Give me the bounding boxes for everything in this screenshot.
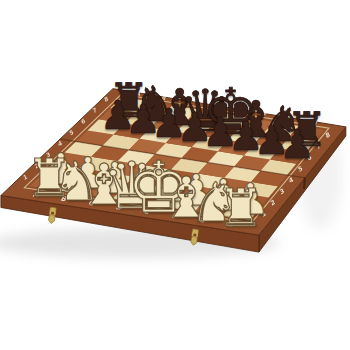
chess-board: ABCDEFGHABCDEFGH1234567812345678 — [0, 0, 350, 350]
fold-hinge-notch-icon — [304, 178, 305, 189]
chess-set-photo: ABCDEFGHABCDEFGH1234567812345678 ♜♞♝♟♛♟♚… — [0, 0, 350, 350]
